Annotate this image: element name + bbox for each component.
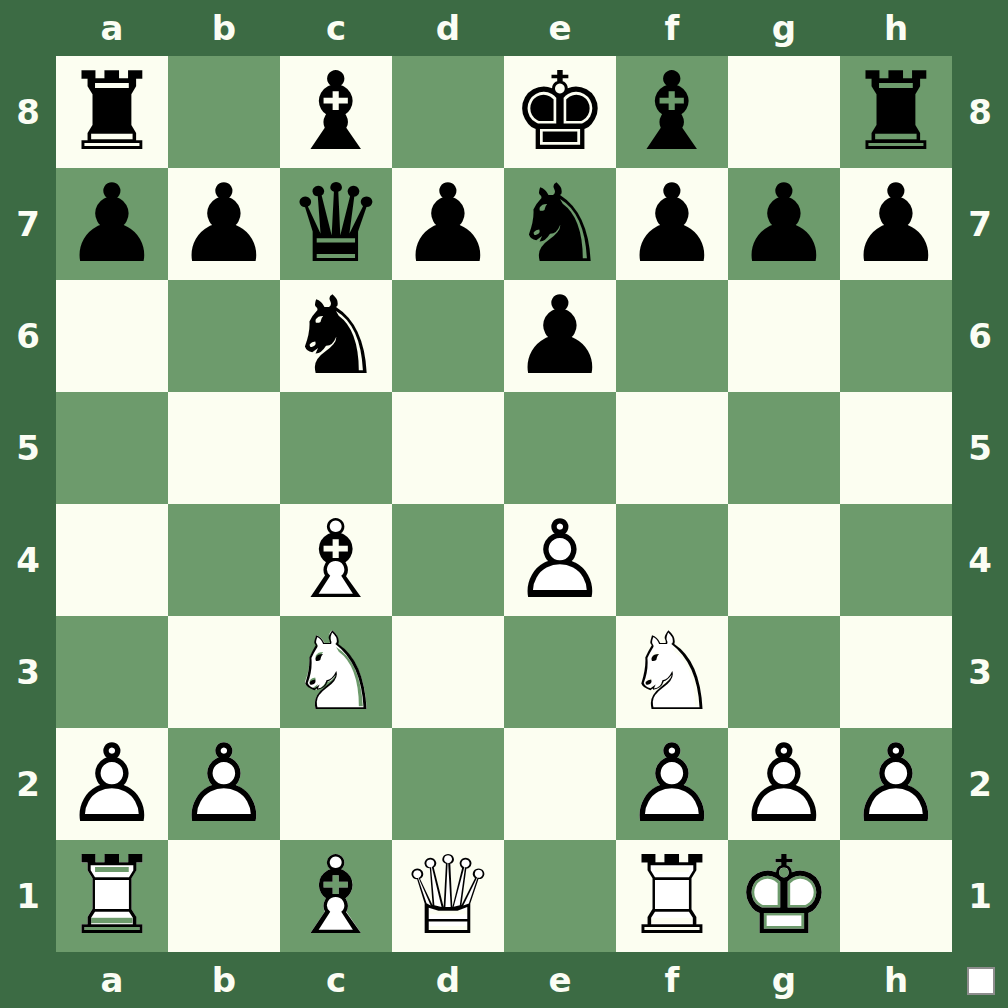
piece-black-pawn: ♟ bbox=[728, 168, 840, 280]
square-f8[interactable]: ♝ bbox=[616, 56, 728, 168]
square-a6[interactable] bbox=[56, 280, 168, 392]
rank-label-right-2: 2 bbox=[952, 728, 1008, 840]
square-f2[interactable]: ♟♙ bbox=[616, 728, 728, 840]
queen-outline-glyph: ♕ bbox=[392, 840, 504, 952]
square-d6[interactable] bbox=[392, 280, 504, 392]
pawn-fill-glyph: ♟ bbox=[56, 168, 168, 280]
square-g8[interactable] bbox=[728, 56, 840, 168]
square-c8[interactable]: ♝ bbox=[280, 56, 392, 168]
bishop-fill-glyph: ♝ bbox=[616, 56, 728, 168]
square-b8[interactable] bbox=[168, 56, 280, 168]
file-labels-top: abcdefgh bbox=[56, 0, 952, 56]
rank-labels-left: 87654321 bbox=[0, 56, 56, 952]
square-f5[interactable] bbox=[616, 392, 728, 504]
file-label-top-c: c bbox=[280, 0, 392, 56]
queen-fill-glyph: ♛ bbox=[392, 840, 504, 952]
pawn-outline-glyph: ♙ bbox=[616, 728, 728, 840]
rook-outline-glyph: ♖ bbox=[56, 840, 168, 952]
square-h2[interactable]: ♟♙ bbox=[840, 728, 952, 840]
square-f3[interactable]: ♞♘ bbox=[616, 616, 728, 728]
square-c3[interactable]: ♞♘ bbox=[280, 616, 392, 728]
square-c1[interactable]: ♝♗ bbox=[280, 840, 392, 952]
file-label-bottom-f: f bbox=[616, 952, 728, 1008]
square-a3[interactable] bbox=[56, 616, 168, 728]
square-d5[interactable] bbox=[392, 392, 504, 504]
piece-white-knight: ♞♘ bbox=[280, 616, 392, 728]
piece-white-bishop: ♝♗ bbox=[280, 504, 392, 616]
file-labels-bottom: abcdefgh bbox=[56, 952, 952, 1008]
square-b2[interactable]: ♟♙ bbox=[168, 728, 280, 840]
square-b6[interactable] bbox=[168, 280, 280, 392]
piece-black-pawn: ♟ bbox=[616, 168, 728, 280]
bishop-fill-glyph: ♝ bbox=[280, 56, 392, 168]
piece-black-queen: ♛ bbox=[280, 168, 392, 280]
file-label-bottom-g: g bbox=[728, 952, 840, 1008]
piece-white-pawn: ♟♙ bbox=[56, 728, 168, 840]
piece-black-pawn: ♟ bbox=[392, 168, 504, 280]
square-h1[interactable] bbox=[840, 840, 952, 952]
square-d8[interactable] bbox=[392, 56, 504, 168]
piece-white-rook: ♜♖ bbox=[56, 840, 168, 952]
square-c5[interactable] bbox=[280, 392, 392, 504]
file-label-bottom-h: h bbox=[840, 952, 952, 1008]
pawn-fill-glyph: ♟ bbox=[616, 728, 728, 840]
knight-fill-glyph: ♞ bbox=[504, 168, 616, 280]
pawn-outline-glyph: ♙ bbox=[168, 728, 280, 840]
pawn-fill-glyph: ♟ bbox=[728, 728, 840, 840]
rook-fill-glyph: ♜ bbox=[56, 840, 168, 952]
square-h6[interactable] bbox=[840, 280, 952, 392]
square-d3[interactable] bbox=[392, 616, 504, 728]
square-e7[interactable]: ♞ bbox=[504, 168, 616, 280]
file-label-top-a: a bbox=[56, 0, 168, 56]
square-h7[interactable]: ♟ bbox=[840, 168, 952, 280]
king-outline-glyph: ♔ bbox=[728, 840, 840, 952]
file-label-bottom-c: c bbox=[280, 952, 392, 1008]
pawn-fill-glyph: ♟ bbox=[504, 280, 616, 392]
piece-black-rook: ♜ bbox=[840, 56, 952, 168]
square-b4[interactable] bbox=[168, 504, 280, 616]
pawn-fill-glyph: ♟ bbox=[840, 728, 952, 840]
square-g7[interactable]: ♟ bbox=[728, 168, 840, 280]
rank-label-right-4: 4 bbox=[952, 504, 1008, 616]
square-e8[interactable]: ♚ bbox=[504, 56, 616, 168]
square-a4[interactable] bbox=[56, 504, 168, 616]
queen-fill-glyph: ♛ bbox=[280, 168, 392, 280]
rank-labels-right: 87654321 bbox=[952, 56, 1008, 952]
pawn-fill-glyph: ♟ bbox=[616, 168, 728, 280]
rank-label-left-5: 5 bbox=[0, 392, 56, 504]
square-c4[interactable]: ♝♗ bbox=[280, 504, 392, 616]
bishop-fill-glyph: ♝ bbox=[280, 840, 392, 952]
knight-fill-glyph: ♞ bbox=[280, 616, 392, 728]
square-e4[interactable]: ♟♙ bbox=[504, 504, 616, 616]
square-a7[interactable]: ♟ bbox=[56, 168, 168, 280]
rank-label-left-6: 6 bbox=[0, 280, 56, 392]
rook-outline-glyph: ♖ bbox=[616, 840, 728, 952]
piece-white-pawn: ♟♙ bbox=[616, 728, 728, 840]
piece-black-pawn: ♟ bbox=[56, 168, 168, 280]
square-g2[interactable]: ♟♙ bbox=[728, 728, 840, 840]
square-f4[interactable] bbox=[616, 504, 728, 616]
piece-black-knight: ♞ bbox=[280, 280, 392, 392]
square-h8[interactable]: ♜ bbox=[840, 56, 952, 168]
piece-black-knight: ♞ bbox=[504, 168, 616, 280]
square-e3[interactable] bbox=[504, 616, 616, 728]
file-label-top-g: g bbox=[728, 0, 840, 56]
square-a2[interactable]: ♟♙ bbox=[56, 728, 168, 840]
rook-fill-glyph: ♜ bbox=[56, 56, 168, 168]
piece-white-pawn: ♟♙ bbox=[840, 728, 952, 840]
bishop-outline-glyph: ♗ bbox=[280, 840, 392, 952]
square-d1[interactable]: ♛♕ bbox=[392, 840, 504, 952]
square-g6[interactable] bbox=[728, 280, 840, 392]
rank-label-left-8: 8 bbox=[0, 56, 56, 168]
square-f6[interactable] bbox=[616, 280, 728, 392]
piece-black-bishop: ♝ bbox=[280, 56, 392, 168]
square-h3[interactable] bbox=[840, 616, 952, 728]
pawn-fill-glyph: ♟ bbox=[168, 728, 280, 840]
piece-black-pawn: ♟ bbox=[504, 280, 616, 392]
pawn-fill-glyph: ♟ bbox=[56, 728, 168, 840]
piece-white-bishop: ♝♗ bbox=[280, 840, 392, 952]
square-e6[interactable]: ♟ bbox=[504, 280, 616, 392]
pawn-fill-glyph: ♟ bbox=[392, 168, 504, 280]
rank-label-right-7: 7 bbox=[952, 168, 1008, 280]
piece-white-pawn: ♟♙ bbox=[728, 728, 840, 840]
file-label-bottom-b: b bbox=[168, 952, 280, 1008]
knight-fill-glyph: ♞ bbox=[280, 280, 392, 392]
square-a8[interactable]: ♜ bbox=[56, 56, 168, 168]
rank-label-right-8: 8 bbox=[952, 56, 1008, 168]
file-label-top-d: d bbox=[392, 0, 504, 56]
white-to-move-indicator bbox=[967, 967, 995, 995]
square-f7[interactable]: ♟ bbox=[616, 168, 728, 280]
rank-label-right-5: 5 bbox=[952, 392, 1008, 504]
square-b3[interactable] bbox=[168, 616, 280, 728]
pawn-fill-glyph: ♟ bbox=[504, 504, 616, 616]
piece-black-king: ♚ bbox=[504, 56, 616, 168]
rank-label-left-3: 3 bbox=[0, 616, 56, 728]
bishop-fill-glyph: ♝ bbox=[280, 504, 392, 616]
pawn-outline-glyph: ♙ bbox=[56, 728, 168, 840]
file-label-bottom-d: d bbox=[392, 952, 504, 1008]
rank-label-left-1: 1 bbox=[0, 840, 56, 952]
square-g3[interactable] bbox=[728, 616, 840, 728]
square-a5[interactable] bbox=[56, 392, 168, 504]
knight-fill-glyph: ♞ bbox=[616, 616, 728, 728]
pawn-outline-glyph: ♙ bbox=[504, 504, 616, 616]
pawn-fill-glyph: ♟ bbox=[168, 168, 280, 280]
rank-label-right-3: 3 bbox=[952, 616, 1008, 728]
rook-fill-glyph: ♜ bbox=[616, 840, 728, 952]
pawn-fill-glyph: ♟ bbox=[840, 168, 952, 280]
piece-white-pawn: ♟♙ bbox=[504, 504, 616, 616]
file-label-top-f: f bbox=[616, 0, 728, 56]
square-d2[interactable] bbox=[392, 728, 504, 840]
knight-outline-glyph: ♘ bbox=[616, 616, 728, 728]
file-label-bottom-e: e bbox=[504, 952, 616, 1008]
piece-black-pawn: ♟ bbox=[168, 168, 280, 280]
square-d4[interactable] bbox=[392, 504, 504, 616]
square-e2[interactable] bbox=[504, 728, 616, 840]
square-e1[interactable] bbox=[504, 840, 616, 952]
rook-fill-glyph: ♜ bbox=[840, 56, 952, 168]
king-fill-glyph: ♚ bbox=[728, 840, 840, 952]
file-label-top-e: e bbox=[504, 0, 616, 56]
pawn-outline-glyph: ♙ bbox=[840, 728, 952, 840]
piece-black-bishop: ♝ bbox=[616, 56, 728, 168]
square-c6[interactable]: ♞ bbox=[280, 280, 392, 392]
square-b7[interactable]: ♟ bbox=[168, 168, 280, 280]
piece-black-rook: ♜ bbox=[56, 56, 168, 168]
square-d7[interactable]: ♟ bbox=[392, 168, 504, 280]
file-label-top-b: b bbox=[168, 0, 280, 56]
square-b5[interactable] bbox=[168, 392, 280, 504]
rank-label-right-6: 6 bbox=[952, 280, 1008, 392]
file-label-bottom-a: a bbox=[56, 952, 168, 1008]
pawn-outline-glyph: ♙ bbox=[728, 728, 840, 840]
square-b1[interactable] bbox=[168, 840, 280, 952]
square-c7[interactable]: ♛ bbox=[280, 168, 392, 280]
square-a1[interactable]: ♜♖ bbox=[56, 840, 168, 952]
square-g5[interactable] bbox=[728, 392, 840, 504]
square-e5[interactable] bbox=[504, 392, 616, 504]
rank-label-left-2: 2 bbox=[0, 728, 56, 840]
square-h4[interactable] bbox=[840, 504, 952, 616]
chess-board: ♜♝♚♝♜♟♟♛♟♞♟♟♟♞♟♝♗♟♙♞♘♞♘♟♙♟♙♟♙♟♙♟♙♜♖♝♗♛♕♜… bbox=[56, 56, 952, 952]
rank-label-left-4: 4 bbox=[0, 504, 56, 616]
piece-white-pawn: ♟♙ bbox=[168, 728, 280, 840]
piece-white-knight: ♞♘ bbox=[616, 616, 728, 728]
file-label-top-h: h bbox=[840, 0, 952, 56]
piece-black-pawn: ♟ bbox=[840, 168, 952, 280]
square-g4[interactable] bbox=[728, 504, 840, 616]
square-c2[interactable] bbox=[280, 728, 392, 840]
piece-white-king: ♚♔ bbox=[728, 840, 840, 952]
bishop-outline-glyph: ♗ bbox=[280, 504, 392, 616]
square-f1[interactable]: ♜♖ bbox=[616, 840, 728, 952]
square-g1[interactable]: ♚♔ bbox=[728, 840, 840, 952]
knight-outline-glyph: ♘ bbox=[280, 616, 392, 728]
square-h5[interactable] bbox=[840, 392, 952, 504]
piece-white-queen: ♛♕ bbox=[392, 840, 504, 952]
pawn-fill-glyph: ♟ bbox=[728, 168, 840, 280]
piece-white-rook: ♜♖ bbox=[616, 840, 728, 952]
rank-label-left-7: 7 bbox=[0, 168, 56, 280]
rank-label-right-1: 1 bbox=[952, 840, 1008, 952]
king-fill-glyph: ♚ bbox=[504, 56, 616, 168]
